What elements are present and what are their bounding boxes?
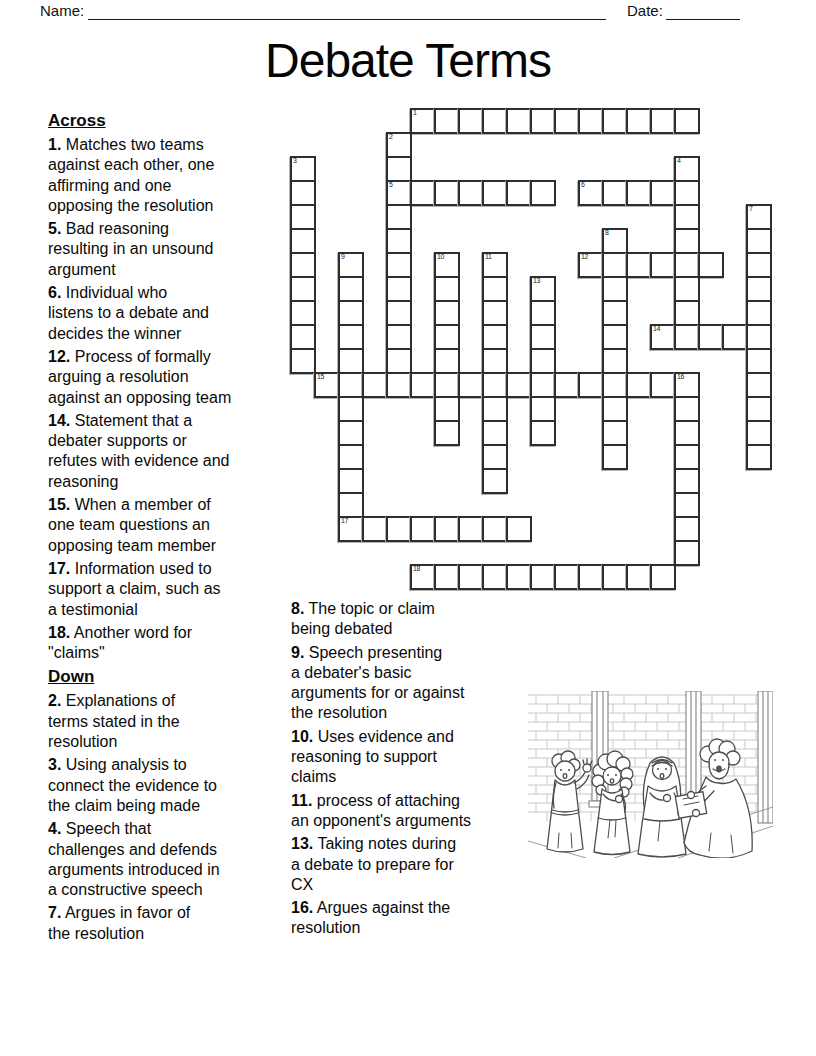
down-heading: Down	[48, 666, 294, 687]
grid-cell[interactable]	[434, 324, 460, 350]
clue-item: 10. Uses evidence and reasoning to suppo…	[291, 727, 527, 788]
grid-cell[interactable]	[674, 252, 700, 278]
grid-cell[interactable]	[482, 108, 508, 134]
clue-item: 14. Statement that a debater supports or…	[48, 411, 294, 492]
grid-cell[interactable]	[338, 468, 364, 494]
clue-text: Using analysis to connect the evidence t…	[48, 756, 217, 814]
grid-cell[interactable]	[434, 396, 460, 422]
grid-cell[interactable]	[434, 108, 460, 134]
grid-cell[interactable]	[434, 180, 460, 206]
grid-cell[interactable]	[674, 516, 700, 542]
date-blank-line[interactable]	[666, 18, 740, 20]
grid-cell[interactable]: 11	[482, 252, 508, 278]
grid-cell[interactable]	[746, 300, 772, 326]
name-blank-line[interactable]	[88, 18, 606, 20]
grid-cell[interactable]	[386, 156, 412, 182]
clue-number: 2.	[48, 692, 61, 709]
clue-text: Statement that a debater supports or ref…	[48, 412, 229, 490]
clue-text: Process of formally arguing a resolution…	[48, 348, 231, 406]
grid-cell[interactable]: 1	[410, 108, 436, 134]
grid-cell[interactable]: 2	[386, 132, 412, 158]
grid-cell[interactable]	[674, 420, 700, 446]
grid-cell[interactable]	[386, 348, 412, 374]
grid-cell[interactable]	[482, 468, 508, 494]
clue-item: 6. Individual who listens to a debate an…	[48, 283, 294, 344]
grid-cell[interactable]: 13	[530, 276, 556, 302]
grid-cell[interactable]	[602, 300, 628, 326]
grid-cell[interactable]	[338, 276, 364, 302]
clue-item: 9. Speech presenting a debater's basic a…	[291, 643, 527, 724]
grid-cell[interactable]	[602, 444, 628, 470]
grid-cell[interactable]	[674, 540, 700, 566]
grid-cell[interactable]	[482, 348, 508, 374]
grid-cell[interactable]	[674, 228, 700, 254]
grid-cell[interactable]	[530, 420, 556, 446]
crossword-grid: 123456789101112131415161718	[291, 109, 773, 591]
grid-cell[interactable]	[338, 372, 364, 398]
grid-cell[interactable]	[338, 324, 364, 350]
grid-cell[interactable]	[602, 108, 628, 134]
grid-cell[interactable]: 6	[578, 180, 604, 206]
grid-cell[interactable]	[458, 564, 484, 590]
grid-cell[interactable]	[530, 180, 556, 206]
grid-cell[interactable]: 7	[746, 204, 772, 230]
grid-cell[interactable]	[626, 372, 652, 398]
grid-cell[interactable]: 5	[386, 180, 412, 206]
clue-number: 12.	[48, 348, 70, 365]
clue-item: 3. Using analysis to connect the evidenc…	[48, 755, 294, 816]
clue-number: 10.	[291, 728, 313, 745]
grid-cell[interactable]	[338, 492, 364, 518]
grid-cell[interactable]	[650, 252, 676, 278]
grid-cell[interactable]	[674, 468, 700, 494]
grid-cell[interactable]	[386, 300, 412, 326]
cell-number: 1	[413, 109, 417, 117]
clue-number: 9.	[291, 644, 304, 661]
cell-number: 5	[389, 181, 393, 189]
grid-cell[interactable]	[386, 372, 412, 398]
grid-cell[interactable]	[746, 324, 772, 350]
grid-cell[interactable]	[578, 564, 604, 590]
cell-number: 4	[677, 157, 681, 165]
clue-number: 1.	[48, 136, 61, 153]
clue-number: 6.	[48, 284, 61, 301]
clue-number: 5.	[48, 220, 61, 237]
clue-text: Argues against the resolution	[291, 899, 450, 936]
grid-cell[interactable]	[506, 372, 532, 398]
debater-figures	[547, 739, 752, 858]
grid-cell[interactable]	[506, 516, 532, 542]
grid-cell[interactable]	[602, 396, 628, 422]
clue-item: 15. When a member of one team questions …	[48, 495, 294, 556]
clue-number: 4.	[48, 820, 61, 837]
grid-cell[interactable]	[746, 420, 772, 446]
clue-text: Another word for "claims"	[48, 624, 192, 661]
grid-cell[interactable]: 17	[338, 516, 364, 542]
grid-cell[interactable]: 16	[674, 372, 700, 398]
grid-cell[interactable]	[386, 204, 412, 230]
grid-cell[interactable]: 8	[602, 228, 628, 254]
grid-cell[interactable]	[386, 516, 412, 542]
debaters-illustration	[528, 691, 773, 858]
grid-cell[interactable]	[626, 108, 652, 134]
cell-number: 8	[605, 229, 609, 237]
page-title: Debate Terms	[0, 36, 816, 86]
across-heading: Across	[48, 110, 294, 131]
grid-cell[interactable]: 15	[314, 372, 340, 398]
grid-cell[interactable]: 10	[434, 252, 460, 278]
cell-number: 16	[677, 373, 684, 381]
grid-cell[interactable]	[578, 108, 604, 134]
clue-item: 1. Matches two teams against each other,…	[48, 135, 294, 216]
clue-item: 11. process of attaching an opponent's a…	[291, 791, 527, 832]
grid-cell[interactable]	[698, 324, 724, 350]
clue-text: Information used to support a claim, suc…	[48, 560, 221, 618]
grid-cell[interactable]	[626, 180, 652, 206]
grid-cell[interactable]	[458, 108, 484, 134]
grid-cell[interactable]: 14	[650, 324, 676, 350]
grid-cell[interactable]	[530, 324, 556, 350]
clue-text: Taking notes during a debate to prepare …	[291, 835, 456, 893]
grid-cell[interactable]	[338, 348, 364, 374]
grid-cell[interactable]	[626, 564, 652, 590]
clue-item: 18. Another word for "claims"	[48, 623, 294, 664]
clue-text: The topic or claim being debated	[291, 600, 435, 637]
cell-number: 14	[653, 325, 660, 333]
grid-cell[interactable]	[482, 396, 508, 422]
grid-cell[interactable]	[338, 420, 364, 446]
grid-cell[interactable]: 4	[674, 156, 700, 182]
clue-number: 11.	[291, 792, 312, 809]
grid-cell[interactable]	[674, 396, 700, 422]
grid-cell[interactable]	[482, 372, 508, 398]
grid-cell[interactable]	[674, 444, 700, 470]
grid-cell[interactable]	[746, 396, 772, 422]
grid-cell[interactable]	[746, 444, 772, 470]
grid-cell[interactable]	[602, 252, 628, 278]
grid-cell[interactable]	[650, 180, 676, 206]
grid-cell[interactable]	[434, 372, 460, 398]
clue-number: 18.	[48, 624, 70, 641]
grid-cell[interactable]	[482, 180, 508, 206]
clues-middle-column: 8. The topic or claim being debated9. Sp…	[291, 599, 527, 942]
grid-cell[interactable]	[506, 108, 532, 134]
grid-cell[interactable]	[578, 372, 604, 398]
grid-cell[interactable]	[338, 300, 364, 326]
grid-cell[interactable]	[410, 516, 436, 542]
grid-cell[interactable]	[530, 372, 556, 398]
cell-number: 9	[341, 253, 345, 261]
clue-item: 8. The topic or claim being debated	[291, 599, 527, 640]
cell-number: 10	[437, 253, 444, 261]
clue-item: 4. Speech that challenges and defends ar…	[48, 819, 294, 900]
grid-cell[interactable]	[434, 420, 460, 446]
grid-cell[interactable]	[434, 348, 460, 374]
grid-cell[interactable]	[410, 372, 436, 398]
grid-cell[interactable]	[746, 348, 772, 374]
down-clue-list-left: 2. Explanations of terms stated in the r…	[48, 691, 294, 944]
clue-text: Argues in favor of the resolution	[48, 904, 190, 941]
clue-text: Explanations of terms stated in the reso…	[48, 692, 180, 750]
grid-cell[interactable]	[674, 108, 700, 134]
grid-cell[interactable]	[746, 372, 772, 398]
cell-number: 17	[341, 517, 348, 525]
grid-cell[interactable]	[386, 324, 412, 350]
grid-cell[interactable]: 18	[410, 564, 436, 590]
grid-cell[interactable]	[602, 180, 628, 206]
clue-text: When a member of one team questions an o…	[48, 496, 216, 554]
across-clue-list: 1. Matches two teams against each other,…	[48, 135, 294, 663]
cell-number: 15	[317, 373, 324, 381]
pillar	[758, 691, 773, 823]
grid-cell[interactable]	[434, 564, 460, 590]
grid-cell[interactable]	[530, 108, 556, 134]
clue-text: Speech presenting a debater's basic argu…	[291, 644, 464, 722]
grid-cell[interactable]: 9	[338, 252, 364, 278]
grid-cell[interactable]	[482, 444, 508, 470]
cell-number: 7	[749, 205, 753, 213]
grid-cell[interactable]	[602, 348, 628, 374]
debaters-illustration-svg	[528, 691, 773, 858]
grid-cell[interactable]	[650, 372, 676, 398]
grid-cell[interactable]	[554, 564, 580, 590]
grid-cell[interactable]	[554, 372, 580, 398]
grid-cell[interactable]	[482, 420, 508, 446]
grid-cell[interactable]	[746, 276, 772, 302]
grid-cell[interactable]	[674, 300, 700, 326]
clue-number: 16.	[291, 899, 313, 916]
grid-cell[interactable]	[530, 396, 556, 422]
grid-cell[interactable]	[746, 228, 772, 254]
cell-number: 18	[413, 565, 420, 573]
grid-cell[interactable]	[338, 444, 364, 470]
grid-cell[interactable]	[506, 180, 532, 206]
grid-cell[interactable]	[482, 564, 508, 590]
grid-cell[interactable]	[530, 348, 556, 374]
clue-number: 8.	[291, 600, 304, 617]
grid-cell[interactable]	[746, 252, 772, 278]
grid-cell[interactable]	[386, 228, 412, 254]
cell-number: 6	[581, 181, 585, 189]
clue-item: 17. Information used to support a claim,…	[48, 559, 294, 620]
clue-item: 12. Process of formally arguing a resolu…	[48, 347, 294, 408]
date-label: Date:	[627, 2, 663, 19]
grid-cell[interactable]	[602, 564, 628, 590]
grid-cell[interactable]	[362, 516, 388, 542]
clue-number: 3.	[48, 756, 61, 773]
grid-cell[interactable]	[650, 564, 676, 590]
grid-cell[interactable]	[458, 372, 484, 398]
grid-cell[interactable]	[338, 396, 364, 422]
clue-number: 17.	[48, 560, 70, 577]
grid-cell[interactable]	[386, 252, 412, 278]
grid-cell[interactable]	[482, 324, 508, 350]
grid-cell[interactable]	[482, 300, 508, 326]
grid-cell[interactable]	[650, 108, 676, 134]
grid-cell[interactable]	[506, 564, 532, 590]
grid-cell[interactable]	[602, 276, 628, 302]
clue-text: Speech that challenges and defends argum…	[48, 820, 220, 898]
clue-text: Uses evidence and reasoning to support c…	[291, 728, 454, 786]
grid-cell[interactable]	[602, 372, 628, 398]
clue-item: 2. Explanations of terms stated in the r…	[48, 691, 294, 752]
grid-cell[interactable]	[482, 276, 508, 302]
cell-number: 2	[389, 133, 393, 141]
clue-text: Individual who listens to a debate and d…	[48, 284, 209, 342]
grid-cell[interactable]	[674, 492, 700, 518]
grid-cell[interactable]	[410, 180, 436, 206]
clue-text: Matches two teams against each other, on…	[48, 136, 214, 214]
grid-cell[interactable]	[674, 204, 700, 230]
clue-item: 5. Bad reasoning resulting in an unsound…	[48, 219, 294, 280]
grid-cell[interactable]	[434, 300, 460, 326]
cell-number: 12	[581, 253, 588, 261]
clue-item: 13. Taking notes during a debate to prep…	[291, 834, 527, 895]
grid-cell[interactable]	[674, 276, 700, 302]
clue-text: Bad reasoning resulting in an unsound ar…	[48, 220, 213, 278]
cell-number: 13	[533, 277, 540, 285]
down-clue-list-right: 8. The topic or claim being debated9. Sp…	[291, 599, 527, 939]
clues-left-column: Across 1. Matches two teams against each…	[48, 110, 294, 947]
grid-cell[interactable]	[602, 324, 628, 350]
clue-number: 14.	[48, 412, 70, 429]
grid-cell[interactable]	[362, 372, 388, 398]
grid-cell[interactable]	[674, 180, 700, 206]
grid-cell[interactable]: 12	[578, 252, 604, 278]
grid-cell[interactable]	[434, 516, 460, 542]
clue-number: 13.	[291, 835, 313, 852]
grid-cell[interactable]	[386, 276, 412, 302]
clue-text: process of attaching an opponent's argum…	[291, 792, 471, 829]
grid-cell[interactable]	[602, 420, 628, 446]
grid-cell[interactable]	[482, 516, 508, 542]
clue-number: 15.	[48, 496, 70, 513]
grid-cell[interactable]	[626, 252, 652, 278]
grid-cell[interactable]	[530, 564, 556, 590]
debater-figure-1	[547, 751, 592, 852]
pillar	[686, 691, 701, 801]
clue-item: 16. Argues against the resolution	[291, 898, 527, 939]
grid-cell[interactable]	[674, 324, 700, 350]
clue-item: 7. Argues in favor of the resolution	[48, 903, 294, 944]
name-label: Name:	[40, 2, 84, 19]
grid-cell[interactable]	[458, 180, 484, 206]
grid-cell[interactable]	[530, 300, 556, 326]
grid-cell[interactable]	[458, 516, 484, 542]
grid-cell[interactable]	[554, 108, 580, 134]
cell-number: 11	[485, 253, 492, 261]
clue-number: 7.	[48, 904, 61, 921]
grid-cell[interactable]	[722, 324, 748, 350]
grid-cell[interactable]	[434, 276, 460, 302]
grid-cell[interactable]	[698, 252, 724, 278]
